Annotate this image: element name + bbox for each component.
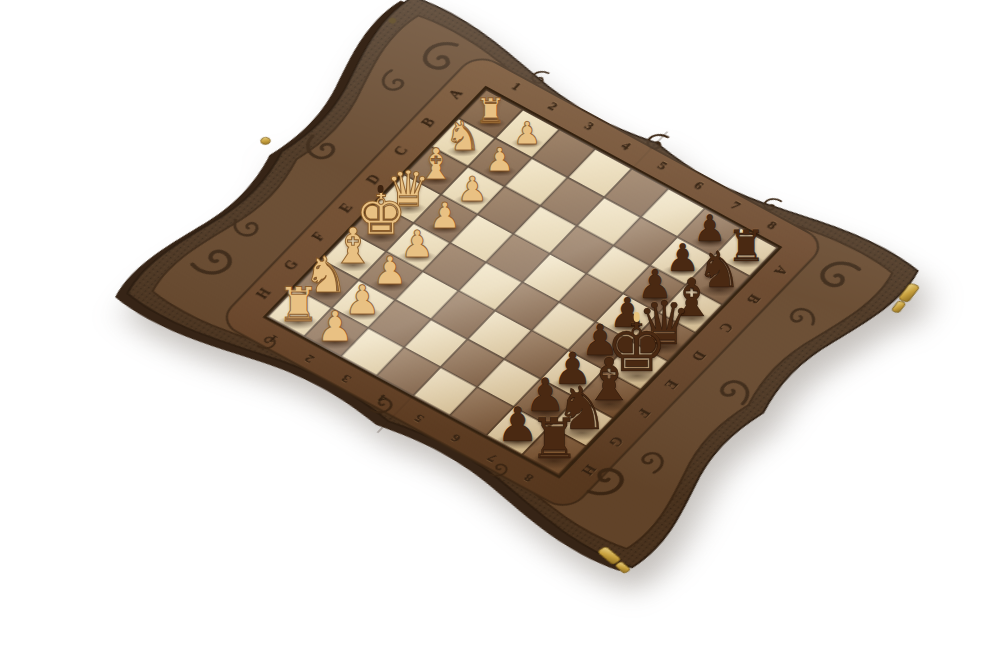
piece-white-rook-h1[interactable]: ♜ [277, 281, 319, 328]
piece-white-pawn-c2[interactable]: ♟ [457, 172, 488, 206]
piece-white-pawn-h2[interactable]: ♟ [316, 306, 354, 348]
piece-black-rook-h8[interactable]: ♜ [529, 412, 579, 468]
white-king-finial [378, 185, 384, 194]
black-king-finial [633, 312, 640, 322]
piece-white-pawn-a2[interactable]: ♟ [513, 118, 541, 149]
pieces-layer: ♜♞♝♛♚♝♞♜♟♟♟♟♟♟♟♟♟♟♟♟♟♟♟♟♜♞♝♛♚♝♞♜ [0, 0, 1000, 667]
board-photo-scene: AABBCCDDEEFFGGHH1122334455667788 ♜♞♝♛♚♝♞… [0, 0, 1000, 667]
piece-white-pawn-b2[interactable]: ♟ [485, 145, 514, 178]
